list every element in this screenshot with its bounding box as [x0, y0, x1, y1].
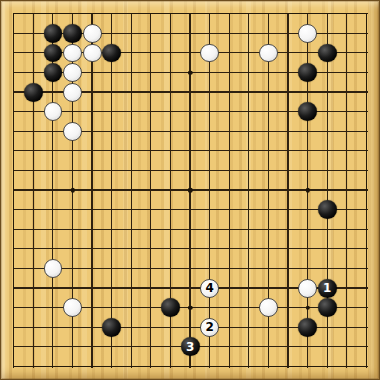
white-stone[interactable]: [200, 44, 219, 63]
white-stone[interactable]: [44, 259, 63, 278]
white-stone[interactable]: [63, 298, 82, 317]
black-stone[interactable]: [63, 24, 82, 43]
white-stone[interactable]: [63, 122, 82, 141]
black-stone[interactable]: [44, 44, 63, 63]
black-stone[interactable]: [44, 24, 63, 43]
black-stone-move-3[interactable]: 3: [181, 337, 200, 356]
black-stone[interactable]: [102, 318, 121, 337]
white-stone[interactable]: [259, 298, 278, 317]
white-stone[interactable]: [298, 279, 317, 298]
black-stone[interactable]: [44, 63, 63, 82]
white-stone[interactable]: [259, 44, 278, 63]
black-stone[interactable]: [298, 102, 317, 121]
black-stone[interactable]: [298, 318, 317, 337]
white-stone[interactable]: [63, 83, 82, 102]
white-stone[interactable]: [44, 102, 63, 121]
black-stone[interactable]: [24, 83, 43, 102]
white-stone-move-4[interactable]: 4: [200, 279, 219, 298]
white-stone[interactable]: [63, 63, 82, 82]
white-stone[interactable]: [298, 24, 317, 43]
stones-layer: 4123: [4, 4, 376, 376]
black-stone[interactable]: [318, 44, 337, 63]
black-stone[interactable]: [102, 44, 121, 63]
black-stone[interactable]: [161, 298, 180, 317]
white-stone-move-2[interactable]: 2: [200, 318, 219, 337]
white-stone[interactable]: [63, 44, 82, 63]
black-stone[interactable]: [318, 200, 337, 219]
go-board[interactable]: 4123: [0, 0, 380, 380]
black-stone-move-1[interactable]: 1: [318, 279, 337, 298]
white-stone[interactable]: [83, 44, 102, 63]
black-stone[interactable]: [298, 63, 317, 82]
black-stone[interactable]: [318, 298, 337, 317]
white-stone[interactable]: [83, 24, 102, 43]
